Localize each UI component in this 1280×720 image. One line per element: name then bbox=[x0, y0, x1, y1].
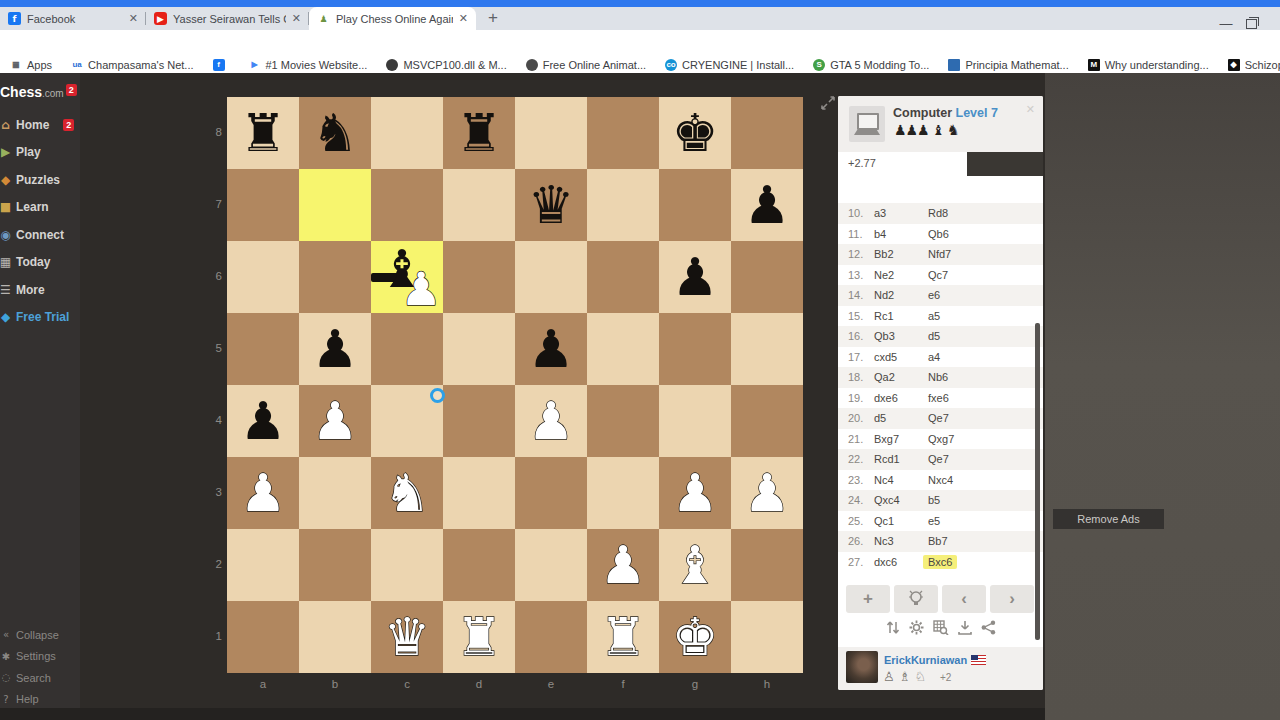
sidebar-item-today[interactable]: ▦Today bbox=[0, 249, 80, 277]
piece-black-pawn[interactable]: ♟ bbox=[227, 385, 299, 457]
file-label-b: b bbox=[325, 678, 345, 690]
square-d6[interactable] bbox=[443, 241, 515, 313]
sidebar-item-icon: ◆ bbox=[0, 310, 13, 324]
chesscom-logo[interactable]: Chess.com2 bbox=[0, 84, 77, 100]
move-black[interactable]: Qc7 bbox=[928, 269, 948, 281]
move-black[interactable]: d5 bbox=[928, 330, 940, 342]
bookmark-label: #1 Movies Website... bbox=[266, 59, 368, 71]
bookmark-label: MSVCP100.dll & M... bbox=[403, 59, 506, 71]
square-b2[interactable] bbox=[299, 529, 371, 601]
bookmark-item[interactable]: uaChampasama's Net... bbox=[71, 59, 193, 71]
chess-board: ♜♞♜♚♛♟♟♝♟♟♟♟♟♟♟♞♟♟♟♝♛♜♜♚ bbox=[227, 97, 803, 673]
bookmark-favicon: ▦ bbox=[10, 59, 22, 71]
move-number: 21. bbox=[838, 433, 874, 445]
move-number: 20. bbox=[838, 412, 874, 424]
piece-black-rook[interactable]: ♜ bbox=[227, 97, 299, 169]
sidebar-item-icon: ▦ bbox=[0, 255, 13, 269]
piece-white-pawn[interactable]: ♟ bbox=[587, 529, 659, 601]
square-g8[interactable]: ♚ bbox=[659, 97, 731, 169]
move-black[interactable]: Qe7 bbox=[928, 412, 949, 424]
bookmark-item[interactable]: Free Online Animat... bbox=[526, 59, 646, 71]
move-number: 25. bbox=[838, 515, 874, 527]
move-white[interactable]: b4 bbox=[874, 228, 928, 240]
window-title-strip bbox=[0, 0, 1280, 7]
move-row-23: 23.Nc4Nxc4 bbox=[838, 470, 1043, 491]
rank-label-6: 6 bbox=[209, 270, 222, 282]
sidebar-item-label: More bbox=[16, 283, 45, 297]
logo-suffix: .com bbox=[42, 88, 64, 99]
bookmark-label: Schizophrenia Test:... bbox=[1245, 59, 1280, 71]
move-row-14: 14.Nd2e6 bbox=[838, 285, 1043, 306]
square-b6[interactable] bbox=[299, 241, 371, 313]
file-label-e: e bbox=[541, 678, 561, 690]
logo-badge: 2 bbox=[66, 84, 77, 96]
move-white[interactable]: dxe6 bbox=[874, 392, 928, 404]
square-c3[interactable]: ♞ bbox=[371, 457, 443, 529]
move-black[interactable]: b5 bbox=[928, 494, 940, 506]
move-list: 10.a3Rd811.b4Qb612.Bb2Nfd713.Ne2Qc714.Nd… bbox=[838, 203, 1043, 572]
logo-text: Chess bbox=[0, 84, 42, 100]
move-number: 14. bbox=[838, 289, 874, 301]
player-strip: ErickKurniawan ♙ ♗ ♘ +2 bbox=[838, 647, 1043, 690]
rank-label-3: 3 bbox=[209, 486, 222, 498]
sidebar-item-home[interactable]: ⌂Home2 bbox=[0, 111, 80, 139]
bookmark-item[interactable]: ▶#1 Movies Website... bbox=[249, 59, 368, 71]
browser-tab-1[interactable]: fFacebook✕ bbox=[0, 7, 146, 30]
move-black[interactable]: Nxc4 bbox=[928, 474, 953, 486]
square-g1[interactable]: ♚ bbox=[659, 601, 731, 673]
move-black[interactable]: Nfd7 bbox=[928, 248, 951, 260]
rank-label-1: 1 bbox=[209, 630, 222, 642]
bookmark-item[interactable]: MWhy understanding... bbox=[1088, 59, 1209, 71]
file-label-d: d bbox=[469, 678, 489, 690]
sidebar-utility: «Collapse✱Settings◌Search?Help bbox=[0, 624, 80, 708]
tab-close-icon[interactable]: ✕ bbox=[292, 12, 301, 25]
piece-black-bishop[interactable]: ♝ bbox=[366, 233, 438, 305]
sidebar-item-icon: ⌂ bbox=[0, 118, 13, 132]
opponent-captured-pieces: ♟♟♟ ♝ ♞ bbox=[894, 122, 959, 138]
move-black[interactable]: Qb6 bbox=[928, 228, 949, 240]
sidebar-item-free-trial[interactable]: ◆Free Trial bbox=[0, 304, 80, 332]
move-row-27: 27.dxc6Bxc6 bbox=[838, 552, 1043, 573]
opponent-header: Computer Level 7 ♟♟♟ ♝ ♞ ✕ bbox=[838, 96, 1043, 152]
download-icon[interactable] bbox=[958, 620, 972, 635]
move-row-18: 18.Qa2Nb6 bbox=[838, 367, 1043, 388]
opponent-name[interactable]: Computer Level 7 bbox=[893, 106, 998, 120]
rank-label-7: 7 bbox=[209, 198, 222, 210]
square-b7[interactable] bbox=[299, 169, 371, 241]
sidebar-utility-icon: « bbox=[0, 629, 13, 640]
bookmark-favicon bbox=[948, 59, 960, 71]
square-e3[interactable] bbox=[515, 457, 587, 529]
move-black[interactable]: a5 bbox=[928, 310, 940, 322]
square-b4[interactable]: ♟ bbox=[299, 385, 371, 457]
square-h8[interactable] bbox=[731, 97, 803, 169]
bookmark-favicon: S bbox=[813, 59, 825, 71]
piece-black-pawn[interactable]: ♟ bbox=[659, 241, 731, 313]
piece-black-pawn[interactable]: ♟ bbox=[515, 313, 587, 385]
square-c1[interactable]: ♛ bbox=[371, 601, 443, 673]
sidebar-item-play[interactable]: ▶Play bbox=[0, 139, 80, 167]
sidebar-utility-label: Search bbox=[16, 672, 51, 684]
square-a7[interactable] bbox=[227, 169, 299, 241]
bookmark-item[interactable]: Principia Mathemat... bbox=[948, 59, 1068, 71]
square-d1[interactable]: ♜ bbox=[443, 601, 515, 673]
move-row-22: 22.Rcd1Qe7 bbox=[838, 449, 1043, 470]
opponent-name-text: Computer bbox=[893, 106, 952, 120]
bookmark-favicon: ◆ bbox=[1228, 59, 1240, 71]
tab-title: Yasser Seirawan Tells Crazy Bobb bbox=[173, 13, 286, 25]
square-a4[interactable]: ♟ bbox=[227, 385, 299, 457]
square-g2[interactable]: ♝ bbox=[659, 529, 731, 601]
sidebar-item-label: Play bbox=[16, 145, 41, 159]
tabs-container: fFacebook✕▶Yasser Seirawan Tells Crazy B… bbox=[0, 7, 1280, 30]
move-number: 16. bbox=[838, 330, 874, 342]
bookmark-item[interactable]: coCRYENGINE | Install... bbox=[665, 59, 794, 71]
sidebar-item-icon: ■ bbox=[0, 200, 13, 214]
square-c8[interactable] bbox=[371, 97, 443, 169]
square-b8[interactable]: ♞ bbox=[299, 97, 371, 169]
bookmark-favicon: ua bbox=[71, 59, 83, 71]
lightbulb-icon bbox=[909, 590, 923, 608]
move-white[interactable]: Bb2 bbox=[874, 248, 928, 260]
piece-white-pawn[interactable]: ♟ bbox=[515, 385, 587, 457]
move-number: 13. bbox=[838, 269, 874, 281]
sidebar-item-puzzles[interactable]: ◆Puzzles bbox=[0, 166, 80, 194]
square-e2[interactable] bbox=[515, 529, 587, 601]
square-e4[interactable]: ♟ bbox=[515, 385, 587, 457]
bookmark-favicon bbox=[386, 59, 398, 71]
bookmark-label: Why understanding... bbox=[1105, 59, 1209, 71]
move-number: 24. bbox=[838, 494, 874, 506]
square-c6[interactable]: ♟♝ bbox=[371, 241, 443, 313]
square-d7[interactable] bbox=[443, 169, 515, 241]
piece-white-rook[interactable]: ♜ bbox=[587, 601, 659, 673]
move-white[interactable]: Qb3 bbox=[874, 330, 928, 342]
mouse-cursor-ring bbox=[430, 388, 445, 403]
square-f6[interactable] bbox=[587, 241, 659, 313]
move-black[interactable]: Bb7 bbox=[928, 535, 948, 547]
move-white[interactable]: Nd2 bbox=[874, 289, 928, 301]
move-list-panel: 10.a3Rd811.b4Qb612.Bb2Nfd713.Ne2Qc714.Nd… bbox=[838, 176, 1043, 647]
piece-black-king[interactable]: ♚ bbox=[659, 97, 731, 169]
move-number: 12. bbox=[838, 248, 874, 260]
sidebar-utility-label: Help bbox=[16, 693, 39, 705]
piece-white-bishop[interactable]: ♝ bbox=[659, 529, 731, 601]
panel-close-icon[interactable]: ✕ bbox=[1026, 103, 1035, 116]
ads-column bbox=[1045, 73, 1280, 720]
remove-ads-button[interactable]: Remove Ads bbox=[1053, 509, 1164, 529]
square-h5[interactable] bbox=[731, 313, 803, 385]
sidebar-item-label: Learn bbox=[16, 200, 49, 214]
square-h6[interactable] bbox=[731, 241, 803, 313]
move-row-12: 12.Bb2Nfd7 bbox=[838, 244, 1043, 265]
bookmark-label: Champasama's Net... bbox=[88, 59, 193, 71]
square-a2[interactable] bbox=[227, 529, 299, 601]
sidebar-utility-collapse[interactable]: «Collapse bbox=[0, 624, 80, 646]
bookmarks-bar: ▦AppsuaChampasama's Net...f▶#1 Movies We… bbox=[0, 56, 1280, 73]
computer-avatar[interactable] bbox=[849, 106, 885, 142]
bookmark-label: Apps bbox=[27, 59, 52, 71]
square-b5[interactable]: ♟ bbox=[299, 313, 371, 385]
square-e6[interactable] bbox=[515, 241, 587, 313]
tab-bar: fFacebook✕▶Yasser Seirawan Tells Crazy B… bbox=[0, 7, 1280, 30]
move-white[interactable]: dxc6 bbox=[874, 556, 928, 568]
move-white[interactable]: Ne2 bbox=[874, 269, 928, 281]
file-label-f: f bbox=[613, 678, 633, 690]
player-name[interactable]: ErickKurniawan bbox=[884, 654, 967, 666]
forward-move-button[interactable]: › bbox=[990, 585, 1034, 613]
bookmark-item[interactable]: MSVCP100.dll & M... bbox=[386, 59, 506, 71]
bookmark-item[interactable]: SGTA 5 Modding To... bbox=[813, 59, 929, 71]
square-g3[interactable]: ♟ bbox=[659, 457, 731, 529]
bookmark-favicon bbox=[526, 59, 538, 71]
sidebar-item-connect[interactable]: ◉Connect bbox=[0, 221, 80, 249]
move-number: 10. bbox=[838, 207, 874, 219]
board-expand-icon[interactable] bbox=[820, 95, 836, 111]
piece-black-knight[interactable]: ♞ bbox=[299, 97, 371, 169]
square-g5[interactable] bbox=[659, 313, 731, 385]
file-label-a: a bbox=[253, 678, 273, 690]
square-f8[interactable] bbox=[587, 97, 659, 169]
sidebar-utility-settings[interactable]: ✱Settings bbox=[0, 646, 80, 668]
move-white[interactable]: Qa2 bbox=[874, 371, 928, 383]
new-tab-button[interactable]: + bbox=[488, 8, 498, 28]
square-c2[interactable] bbox=[371, 529, 443, 601]
square-g4[interactable] bbox=[659, 385, 731, 457]
move-white[interactable]: cxd5 bbox=[874, 351, 928, 363]
move-row-17: 17.cxd5a4 bbox=[838, 347, 1043, 368]
tab-close-icon[interactable]: ✕ bbox=[459, 12, 468, 25]
bookmark-favicon: f bbox=[213, 59, 225, 71]
move-white[interactable]: Nc3 bbox=[874, 535, 928, 547]
move-row-24: 24.Qxc4b5 bbox=[838, 490, 1043, 511]
sidebar: Chess.com2 ⌂Home2▶Play◆Puzzles■Learn◉Con… bbox=[0, 73, 80, 708]
square-f1[interactable]: ♜ bbox=[587, 601, 659, 673]
square-e7[interactable]: ♛ bbox=[515, 169, 587, 241]
square-b3[interactable] bbox=[299, 457, 371, 529]
square-g6[interactable]: ♟ bbox=[659, 241, 731, 313]
square-a6[interactable] bbox=[227, 241, 299, 313]
square-g7[interactable] bbox=[659, 169, 731, 241]
move-row-16: 16.Qb3d5 bbox=[838, 326, 1043, 347]
move-black[interactable]: Qxg7 bbox=[928, 433, 954, 445]
move-white[interactable]: a3 bbox=[874, 207, 928, 219]
minimize-button[interactable]: — bbox=[1214, 16, 1238, 31]
bookmark-item[interactable]: f bbox=[213, 59, 230, 71]
square-d3[interactable] bbox=[443, 457, 515, 529]
evaluation-score: +2.77 bbox=[848, 157, 876, 169]
move-row-26: 26.Nc3Bb7 bbox=[838, 531, 1043, 552]
square-h4[interactable] bbox=[731, 385, 803, 457]
bookmark-label: GTA 5 Modding To... bbox=[830, 59, 929, 71]
tab-close-icon[interactable]: ✕ bbox=[129, 12, 138, 25]
move-black[interactable]: e5 bbox=[928, 515, 940, 527]
sidebar-utility-icon: ◌ bbox=[0, 672, 13, 683]
piece-black-rook[interactable]: ♜ bbox=[443, 97, 515, 169]
sidebar-item-more[interactable]: ☰More bbox=[0, 276, 80, 304]
move-number: 23. bbox=[838, 474, 874, 486]
square-d2[interactable] bbox=[443, 529, 515, 601]
settings-gear-icon[interactable] bbox=[909, 620, 924, 635]
square-e5[interactable]: ♟ bbox=[515, 313, 587, 385]
square-f2[interactable]: ♟ bbox=[587, 529, 659, 601]
square-h7[interactable]: ♟ bbox=[731, 169, 803, 241]
square-c5[interactable] bbox=[371, 313, 443, 385]
square-e1[interactable] bbox=[515, 601, 587, 673]
sidebar-utility-search[interactable]: ◌Search bbox=[0, 667, 80, 689]
rank-label-4: 4 bbox=[209, 414, 222, 426]
sidebar-item-label: Today bbox=[16, 255, 50, 269]
move-black[interactable]: Qe7 bbox=[928, 453, 949, 465]
move-row-21: 21.Bxg7Qxg7 bbox=[838, 429, 1043, 450]
sidebar-item-learn[interactable]: ■Learn bbox=[0, 194, 80, 222]
sidebar-utility-icon: ? bbox=[0, 694, 13, 705]
us-flag-icon bbox=[971, 655, 986, 665]
rank-label-2: 2 bbox=[209, 558, 222, 570]
move-number: 27. bbox=[838, 556, 874, 568]
piece-white-rook[interactable]: ♜ bbox=[443, 601, 515, 673]
sidebar-item-badge: 2 bbox=[63, 119, 74, 131]
move-row-25: 25.Qc1e5 bbox=[838, 511, 1043, 532]
sidebar-nav: ⌂Home2▶Play◆Puzzles■Learn◉Connect▦Today☰… bbox=[0, 111, 80, 331]
bookmark-favicon: ▶ bbox=[249, 59, 261, 71]
square-d8[interactable]: ♜ bbox=[443, 97, 515, 169]
move-black[interactable]: e6 bbox=[928, 289, 940, 301]
bookmark-favicon: M bbox=[1088, 59, 1100, 71]
sidebar-item-icon: ▶ bbox=[0, 145, 13, 159]
rank-label-5: 5 bbox=[209, 342, 222, 354]
move-row-10: 10.a3Rd8 bbox=[838, 203, 1043, 224]
flip-board-icon[interactable] bbox=[886, 620, 900, 635]
bookmark-item[interactable]: ◆Schizophrenia Test:... bbox=[1228, 59, 1280, 71]
move-black[interactable]: Bxc6 bbox=[928, 556, 957, 568]
tab-favicon: f bbox=[8, 12, 21, 25]
piece-black-queen[interactable]: ♛ bbox=[515, 169, 587, 241]
move-row-15: 15.Rc1a5 bbox=[838, 306, 1043, 327]
analysis-board-icon[interactable] bbox=[933, 620, 949, 635]
panel-icon-row bbox=[838, 620, 1043, 635]
square-b1[interactable] bbox=[299, 601, 371, 673]
rank-label-8: 8 bbox=[209, 126, 222, 138]
tab-favicon: ♟ bbox=[317, 12, 330, 25]
square-a1[interactable] bbox=[227, 601, 299, 673]
sidebar-utility-icon: ✱ bbox=[0, 651, 13, 662]
square-d4[interactable] bbox=[443, 385, 515, 457]
move-number: 22. bbox=[838, 453, 874, 465]
move-number: 19. bbox=[838, 392, 874, 404]
square-a3[interactable]: ♟ bbox=[227, 457, 299, 529]
sidebar-utility-label: Collapse bbox=[16, 629, 59, 641]
bookmark-favicon: co bbox=[665, 59, 677, 71]
sidebar-item-icon: ◉ bbox=[0, 228, 13, 242]
move-highlighted: Bxc6 bbox=[923, 555, 957, 569]
move-white[interactable]: Bxg7 bbox=[874, 433, 928, 445]
sidebar-utility-help[interactable]: ?Help bbox=[0, 689, 80, 709]
square-a8[interactable]: ♜ bbox=[227, 97, 299, 169]
panel-buttons: + ‹ › bbox=[846, 585, 1036, 613]
square-h1[interactable] bbox=[731, 601, 803, 673]
move-white[interactable]: d5 bbox=[874, 412, 928, 424]
sidebar-item-label: Home bbox=[16, 118, 49, 132]
piece-white-pawn[interactable]: ♟ bbox=[659, 457, 731, 529]
move-black[interactable]: Nb6 bbox=[928, 371, 948, 383]
move-white[interactable]: Rc1 bbox=[874, 310, 928, 322]
evaluation-bar: +2.77 bbox=[838, 152, 1043, 176]
bookmark-label: CRYENGINE | Install... bbox=[682, 59, 794, 71]
move-white[interactable]: Qxc4 bbox=[874, 494, 928, 506]
move-white[interactable]: Rcd1 bbox=[874, 453, 928, 465]
piece-white-queen[interactable]: ♛ bbox=[371, 601, 443, 673]
sidebar-item-label: Connect bbox=[16, 228, 64, 242]
restore-button[interactable] bbox=[1246, 19, 1257, 29]
opponent-level: Level 7 bbox=[956, 106, 998, 120]
bookmark-label: Free Online Animat... bbox=[543, 59, 646, 71]
move-black[interactable]: fxe6 bbox=[928, 392, 949, 404]
move-black[interactable]: Rd8 bbox=[928, 207, 948, 219]
bookmark-label: Principia Mathemat... bbox=[965, 59, 1068, 71]
tab-title: Facebook bbox=[27, 13, 123, 25]
bookmark-item[interactable]: ▦Apps bbox=[10, 59, 52, 71]
sidebar-item-icon: ◆ bbox=[0, 173, 13, 187]
move-white[interactable]: Nc4 bbox=[874, 474, 928, 486]
sidebar-item-label: Free Trial bbox=[16, 310, 69, 324]
browser-tab-2[interactable]: ▶Yasser Seirawan Tells Crazy Bobb✕ bbox=[146, 7, 309, 30]
square-f3[interactable] bbox=[587, 457, 659, 529]
file-label-c: c bbox=[397, 678, 417, 690]
share-icon[interactable] bbox=[981, 620, 996, 635]
piece-white-pawn[interactable]: ♟ bbox=[227, 457, 299, 529]
square-f7[interactable] bbox=[587, 169, 659, 241]
move-white[interactable]: Qc1 bbox=[874, 515, 928, 527]
piece-white-pawn[interactable]: ♟ bbox=[731, 457, 803, 529]
add-button[interactable]: + bbox=[846, 585, 890, 613]
footer-strip bbox=[0, 708, 1045, 720]
square-c7[interactable] bbox=[371, 169, 443, 241]
sidebar-utility-label: Settings bbox=[16, 650, 56, 662]
square-d5[interactable] bbox=[443, 313, 515, 385]
file-label-g: g bbox=[685, 678, 705, 690]
piece-black-pawn[interactable]: ♟ bbox=[731, 169, 803, 241]
player-avatar[interactable] bbox=[846, 651, 878, 683]
browser-tab-3[interactable]: ♟Play Chess Online Against the Co✕ bbox=[309, 7, 476, 30]
move-number: 18. bbox=[838, 371, 874, 383]
square-a5[interactable] bbox=[227, 313, 299, 385]
sidebar-item-label: Puzzles bbox=[16, 173, 60, 187]
hint-button[interactable] bbox=[894, 585, 938, 613]
move-number: 26. bbox=[838, 535, 874, 547]
move-number: 11. bbox=[838, 228, 874, 240]
piece-white-knight[interactable]: ♞ bbox=[371, 457, 443, 529]
piece-white-king[interactable]: ♚ bbox=[659, 601, 731, 673]
square-e8[interactable] bbox=[515, 97, 587, 169]
square-h2[interactable] bbox=[731, 529, 803, 601]
piece-black-pawn[interactable]: ♟ bbox=[299, 313, 371, 385]
file-label-h: h bbox=[757, 678, 777, 690]
piece-white-pawn[interactable]: ♟ bbox=[299, 385, 371, 457]
sidebar-item-icon: ☰ bbox=[0, 283, 13, 297]
square-f5[interactable] bbox=[587, 313, 659, 385]
move-number: 15. bbox=[838, 310, 874, 322]
move-row-20: 20.d5Qe7 bbox=[838, 408, 1043, 429]
move-row-11: 11.b4Qb6 bbox=[838, 224, 1043, 245]
player-material-score: +2 bbox=[940, 672, 951, 683]
move-black[interactable]: a4 bbox=[928, 351, 940, 363]
square-h3[interactable]: ♟ bbox=[731, 457, 803, 529]
back-move-button[interactable]: ‹ bbox=[942, 585, 986, 613]
square-f4[interactable] bbox=[587, 385, 659, 457]
tab-favicon: ▶ bbox=[154, 12, 167, 25]
